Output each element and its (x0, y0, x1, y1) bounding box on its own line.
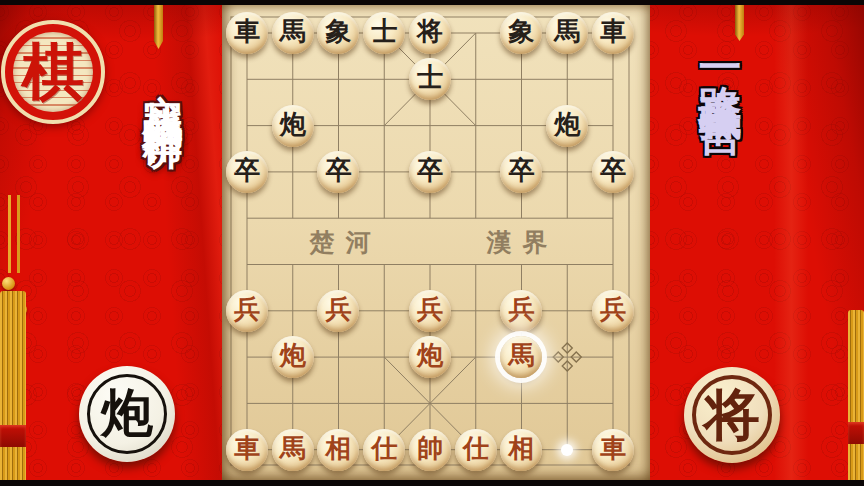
piece-red-馬[interactable]: 馬 (500, 336, 542, 378)
piece-character: 士 (417, 65, 443, 91)
piece-red-仕[interactable]: 仕 (455, 429, 497, 471)
piece-red-兵[interactable]: 兵 (500, 290, 542, 332)
top-letterbox-bar (0, 0, 864, 5)
left-curtain-panel: 棋 实战残局精讲 炮 (0, 5, 222, 480)
piece-black-将[interactable]: 将 (409, 12, 451, 54)
video-frame: 棋 实战残局精讲 炮 (0, 0, 864, 486)
curtain-cord (154, 5, 163, 49)
piece-character: 帥 (417, 436, 443, 462)
qi-seal-disc: 棋 (13, 32, 93, 112)
last-move-origin-dot (561, 444, 573, 456)
piece-black-卒[interactable]: 卒 (226, 151, 268, 193)
piece-character: 象 (325, 19, 351, 45)
piece-black-馬[interactable]: 馬 (272, 12, 314, 54)
piece-character: 炮 (280, 112, 306, 138)
piece-character: 炮 (280, 343, 306, 369)
piece-character: 兵 (234, 297, 260, 323)
piece-black-炮[interactable]: 炮 (546, 105, 588, 147)
piece-character: 卒 (508, 158, 534, 184)
piece-character: 炮 (417, 343, 443, 369)
tassel-cords (6, 195, 22, 273)
tassel-wrap (848, 422, 864, 444)
board-intersections-grid[interactable]: 車馬象士将象馬車士炮炮卒卒卒卒卒兵兵兵兵兵炮炮馬車馬相仕帥仕相車 (224, 10, 636, 473)
piece-character: 車 (234, 436, 260, 462)
qi-seal-character: 棋 (22, 41, 84, 103)
piece-red-帥[interactable]: 帥 (409, 429, 451, 471)
piece-character: 相 (325, 436, 351, 462)
piece-red-馬[interactable]: 馬 (272, 429, 314, 471)
piece-character: 卒 (234, 158, 260, 184)
piece-black-象[interactable]: 象 (500, 12, 542, 54)
tassel-wrap (0, 425, 26, 447)
piece-character: 仕 (463, 436, 489, 462)
tassel-fringe (0, 291, 26, 480)
right-curtain-panel: 一路直抵中宫 将 (650, 5, 864, 480)
general-piece-emblem: 将 (684, 367, 780, 463)
piece-character: 兵 (417, 297, 443, 323)
piece-red-兵[interactable]: 兵 (226, 290, 268, 332)
piece-black-士[interactable]: 士 (363, 12, 405, 54)
piece-red-兵[interactable]: 兵 (409, 290, 451, 332)
qi-seal-emblem: 棋 (1, 20, 105, 124)
piece-character: 馬 (554, 19, 580, 45)
piece-black-卒[interactable]: 卒 (500, 151, 542, 193)
left-tassel (0, 195, 30, 480)
piece-character: 兵 (508, 297, 534, 323)
piece-character: 炮 (554, 112, 580, 138)
piece-black-馬[interactable]: 馬 (546, 12, 588, 54)
piece-character: 象 (508, 19, 534, 45)
piece-red-相[interactable]: 相 (317, 429, 359, 471)
piece-character: 馬 (280, 436, 306, 462)
piece-character: 馬 (280, 19, 306, 45)
piece-character: 仕 (371, 436, 397, 462)
xiangqi-board[interactable]: 楚河 漢界 車馬象士将象馬車士炮炮卒卒卒卒卒兵兵兵兵兵炮炮馬車馬相仕帥仕相車 (222, 5, 650, 480)
piece-character: 車 (600, 436, 626, 462)
piece-black-車[interactable]: 車 (592, 12, 634, 54)
piece-red-兵[interactable]: 兵 (317, 290, 359, 332)
tassel-knot (14, 303, 27, 316)
piece-red-車[interactable]: 車 (592, 429, 634, 471)
piece-black-車[interactable]: 車 (226, 12, 268, 54)
piece-black-卒[interactable]: 卒 (409, 151, 451, 193)
cannon-emblem-character: 炮 (101, 388, 153, 440)
piece-black-卒[interactable]: 卒 (592, 151, 634, 193)
piece-character: 相 (508, 436, 534, 462)
piece-character: 馬 (508, 343, 534, 369)
piece-character: 将 (417, 19, 443, 45)
tassel-fringe (848, 310, 864, 480)
left-title-banner: 实战残局精讲 (136, 62, 191, 104)
piece-red-車[interactable]: 車 (226, 429, 268, 471)
piece-character: 車 (234, 19, 260, 45)
piece-black-士[interactable]: 士 (409, 58, 451, 100)
piece-character: 士 (371, 19, 397, 45)
piece-red-仕[interactable]: 仕 (363, 429, 405, 471)
cannon-piece-emblem: 炮 (79, 366, 175, 462)
bottom-letterbox-bar (0, 480, 864, 486)
piece-character: 卒 (417, 158, 443, 184)
right-title-banner: 一路直抵中宫 (692, 45, 750, 81)
piece-character: 卒 (600, 158, 626, 184)
piece-character: 卒 (325, 158, 351, 184)
right-tassel (848, 310, 864, 480)
piece-character: 車 (600, 19, 626, 45)
piece-red-炮[interactable]: 炮 (272, 336, 314, 378)
piece-red-炮[interactable]: 炮 (409, 336, 451, 378)
general-emblem-character: 将 (704, 387, 760, 443)
curtain-cord (735, 5, 744, 41)
piece-red-相[interactable]: 相 (500, 429, 542, 471)
tassel-knot (2, 277, 15, 290)
piece-black-象[interactable]: 象 (317, 12, 359, 54)
piece-character: 兵 (325, 297, 351, 323)
piece-black-炮[interactable]: 炮 (272, 105, 314, 147)
piece-black-卒[interactable]: 卒 (317, 151, 359, 193)
piece-red-兵[interactable]: 兵 (592, 290, 634, 332)
piece-character: 兵 (600, 297, 626, 323)
